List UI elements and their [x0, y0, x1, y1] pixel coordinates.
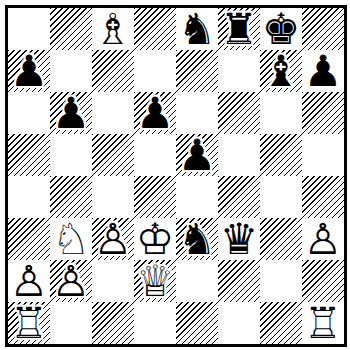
square-f1[interactable]: [218, 302, 260, 344]
square-g4[interactable]: [260, 176, 302, 218]
square-e7[interactable]: [176, 50, 218, 92]
square-e2[interactable]: [176, 260, 218, 302]
square-a4[interactable]: [8, 176, 50, 218]
square-a3[interactable]: [8, 218, 50, 260]
square-h4[interactable]: [302, 176, 344, 218]
square-a5[interactable]: [8, 134, 50, 176]
white-pawn: ♟♙: [10, 260, 49, 303]
white-pawn: ♟♙: [94, 218, 133, 261]
square-b7[interactable]: [50, 50, 92, 92]
white-rook: ♜♖: [10, 302, 49, 345]
black-pawn: ♟: [304, 50, 343, 93]
square-d5[interactable]: [134, 134, 176, 176]
square-e6[interactable]: [176, 92, 218, 134]
square-a2[interactable]: ♟♙: [8, 260, 50, 302]
square-e8[interactable]: ♞: [176, 8, 218, 50]
square-h8[interactable]: [302, 8, 344, 50]
black-knight: ♞: [178, 218, 217, 261]
square-h6[interactable]: [302, 92, 344, 134]
white-rook: ♜♖: [304, 302, 343, 345]
square-b8[interactable]: [50, 8, 92, 50]
square-g3[interactable]: [260, 218, 302, 260]
square-e3[interactable]: ♞: [176, 218, 218, 260]
square-c6[interactable]: [92, 92, 134, 134]
square-g2[interactable]: [260, 260, 302, 302]
square-e5[interactable]: ♟: [176, 134, 218, 176]
square-a8[interactable]: [8, 8, 50, 50]
square-d7[interactable]: [134, 50, 176, 92]
square-c1[interactable]: [92, 302, 134, 344]
square-g5[interactable]: [260, 134, 302, 176]
square-e1[interactable]: [176, 302, 218, 344]
white-knight: ♞♘: [52, 218, 91, 261]
black-pawn: ♟: [52, 92, 91, 135]
square-c2[interactable]: [92, 260, 134, 302]
chess-board: ♝♗♞♜♚♟♝♟♟♟♟♞♘♟♙♚♔♞♛♟♙♟♙♟♙♛♕♜♖♜♖: [5, 5, 347, 347]
square-c5[interactable]: [92, 134, 134, 176]
square-b3[interactable]: ♞♘: [50, 218, 92, 260]
square-c7[interactable]: [92, 50, 134, 92]
square-h3[interactable]: ♟♙: [302, 218, 344, 260]
square-h1[interactable]: ♜♖: [302, 302, 344, 344]
square-d8[interactable]: [134, 8, 176, 50]
square-c8[interactable]: ♝♗: [92, 8, 134, 50]
square-a7[interactable]: ♟: [8, 50, 50, 92]
black-king: ♚: [262, 8, 301, 51]
black-pawn: ♟: [136, 92, 175, 135]
square-d6[interactable]: ♟: [134, 92, 176, 134]
square-a6[interactable]: [8, 92, 50, 134]
square-g1[interactable]: [260, 302, 302, 344]
square-d3[interactable]: ♚♔: [134, 218, 176, 260]
square-h5[interactable]: [302, 134, 344, 176]
square-f3[interactable]: ♛: [218, 218, 260, 260]
black-pawn: ♟: [10, 50, 49, 93]
white-pawn: ♟♙: [52, 260, 91, 303]
square-f8[interactable]: ♜: [218, 8, 260, 50]
square-a1[interactable]: ♜♖: [8, 302, 50, 344]
square-d4[interactable]: [134, 176, 176, 218]
square-f5[interactable]: [218, 134, 260, 176]
square-h2[interactable]: [302, 260, 344, 302]
square-f4[interactable]: [218, 176, 260, 218]
chess-diagram: ♝♗♞♜♚♟♝♟♟♟♟♞♘♟♙♚♔♞♛♟♙♟♙♟♙♛♕♜♖♜♖: [0, 0, 350, 350]
black-queen: ♛: [220, 218, 259, 261]
square-d2[interactable]: ♛♕: [134, 260, 176, 302]
square-c4[interactable]: [92, 176, 134, 218]
square-f2[interactable]: [218, 260, 260, 302]
square-b4[interactable]: [50, 176, 92, 218]
square-b6[interactable]: ♟: [50, 92, 92, 134]
square-c3[interactable]: ♟♙: [92, 218, 134, 260]
square-d1[interactable]: [134, 302, 176, 344]
square-h7[interactable]: ♟: [302, 50, 344, 92]
square-b2[interactable]: ♟♙: [50, 260, 92, 302]
square-g6[interactable]: [260, 92, 302, 134]
white-pawn: ♟♙: [304, 218, 343, 261]
square-b1[interactable]: [50, 302, 92, 344]
square-b5[interactable]: [50, 134, 92, 176]
black-bishop: ♝: [262, 50, 301, 93]
black-rook: ♜: [220, 8, 259, 51]
square-e4[interactable]: [176, 176, 218, 218]
white-bishop: ♝♗: [94, 8, 133, 51]
white-queen: ♛♕: [136, 260, 175, 303]
square-f7[interactable]: [218, 50, 260, 92]
square-g7[interactable]: ♝: [260, 50, 302, 92]
square-f6[interactable]: [218, 92, 260, 134]
black-pawn: ♟: [178, 134, 217, 177]
black-knight: ♞: [178, 8, 217, 51]
white-king: ♚♔: [136, 218, 175, 261]
square-g8[interactable]: ♚: [260, 8, 302, 50]
